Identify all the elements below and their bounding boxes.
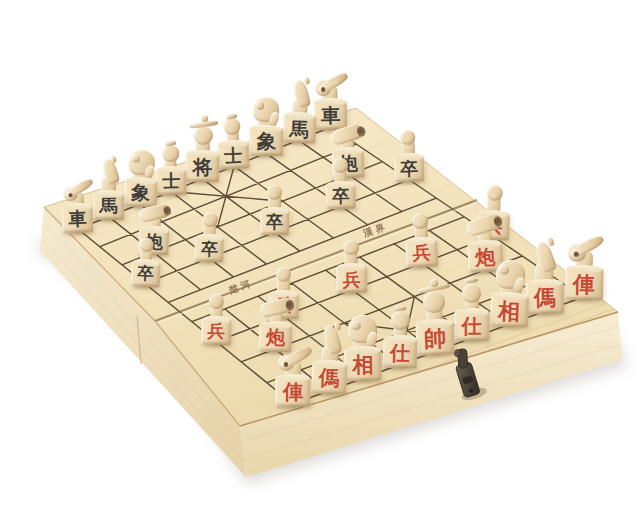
piece-red-chariot: 俥 [265, 340, 322, 407]
piece-red-soldier: 兵 [326, 237, 377, 294]
piece-red-soldier: 兵 [192, 290, 241, 345]
piece-black-soldier: 卒 [122, 234, 170, 287]
piece-character: 相 [498, 300, 521, 323]
piece-character: 卒 [266, 214, 283, 231]
piece-character: 兵 [208, 323, 226, 341]
piece-black-chariot: 車 [51, 172, 103, 233]
piece-black-soldier: 卒 [251, 182, 299, 235]
piece-black-soldier: 卒 [316, 154, 365, 209]
piece-base-block: 卒 [130, 261, 160, 286]
piece-character: 卒 [399, 160, 417, 178]
piece-base-block: 車 [61, 205, 93, 233]
piece-base-block: 俥 [275, 377, 310, 407]
pieces-layer: 車馬象士将士象馬車炮炮卒卒卒卒卒兵兵兵兵兵炮炮俥傌相仕帥仕相傌俥 [0, 0, 640, 530]
piece-red-soldier: 兵 [394, 209, 447, 268]
piece-character: 兵 [412, 243, 431, 262]
piece-base-block: 卒 [326, 183, 357, 209]
piece-character: 象 [256, 132, 276, 152]
piece-character: 俥 [572, 273, 595, 296]
piece-character: 将 [193, 157, 213, 177]
piece-base-block: 卒 [260, 210, 290, 235]
piece-base-block: 兵 [201, 319, 231, 345]
piece-character: 俥 [283, 382, 304, 403]
piece-character: 卒 [201, 240, 218, 257]
piece-base-block: 兵 [336, 266, 367, 293]
product-photo-scene: 楚河 漢界 車馬象士将士象馬車炮炮卒卒卒卒卒兵兵兵兵兵炮炮俥傌相仕帥仕相傌俥 [0, 0, 640, 530]
piece-character: 車 [68, 209, 87, 228]
piece-character: 卒 [137, 266, 154, 283]
piece-base-block: 卒 [195, 236, 225, 261]
piece-character: 卒 [332, 187, 350, 205]
piece-black-soldier: 卒 [186, 208, 234, 261]
piece-base-block: 兵 [405, 239, 438, 267]
piece-black-soldier: 卒 [382, 126, 433, 183]
piece-character: 兵 [343, 271, 361, 289]
piece-base-block: 卒 [393, 156, 425, 183]
